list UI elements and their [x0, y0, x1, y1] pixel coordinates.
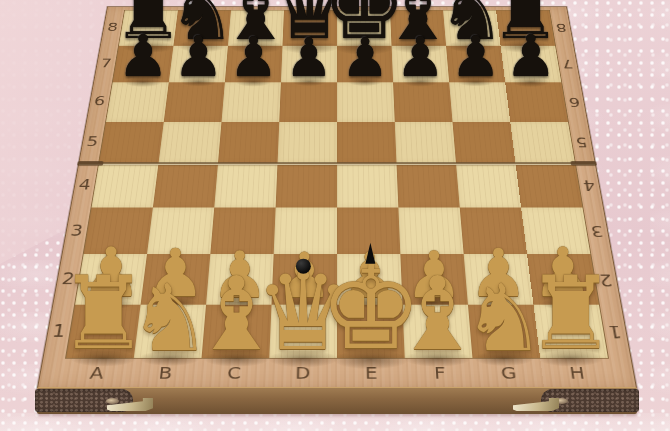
rook-glyph: ♜: [526, 264, 616, 365]
pawn-glyph: ♟: [117, 28, 169, 86]
pawn-glyph: ♟: [173, 29, 223, 85]
pawn-glyph: ♟: [505, 28, 557, 86]
pieces-layer: ♜♞♝♛♚♝♞♜♟♟♟♟♟♟♟♟♟♟♟♟♟♟♟♟♜♞♝♛♚♝♞♜: [0, 0, 670, 431]
piece-black-pawn-e7[interactable]: ♟: [341, 32, 389, 85]
piece-white-rook-h1[interactable]: ♜: [526, 264, 616, 365]
black-spike-finial-icon: [366, 243, 376, 264]
piece-black-pawn-a7[interactable]: ♟: [117, 28, 169, 86]
pawn-glyph: ♟: [285, 32, 333, 85]
piece-black-pawn-f7[interactable]: ♟: [396, 30, 445, 85]
piece-black-pawn-b7[interactable]: ♟: [173, 29, 223, 85]
pawn-glyph: ♟: [450, 29, 500, 85]
piece-black-pawn-c7[interactable]: ♟: [229, 30, 278, 85]
piece-black-pawn-g7[interactable]: ♟: [450, 29, 500, 85]
piece-black-pawn-h7[interactable]: ♟: [505, 28, 557, 86]
chess-board-photo: 87654321 87654321 ABCDEFGH ♜♞♝♛♚♝♞♜♟♟♟♟♟…: [0, 0, 670, 431]
pawn-glyph: ♟: [229, 30, 278, 85]
piece-black-pawn-d7[interactable]: ♟: [285, 32, 333, 85]
pawn-glyph: ♟: [396, 30, 445, 85]
pawn-glyph: ♟: [341, 32, 389, 85]
